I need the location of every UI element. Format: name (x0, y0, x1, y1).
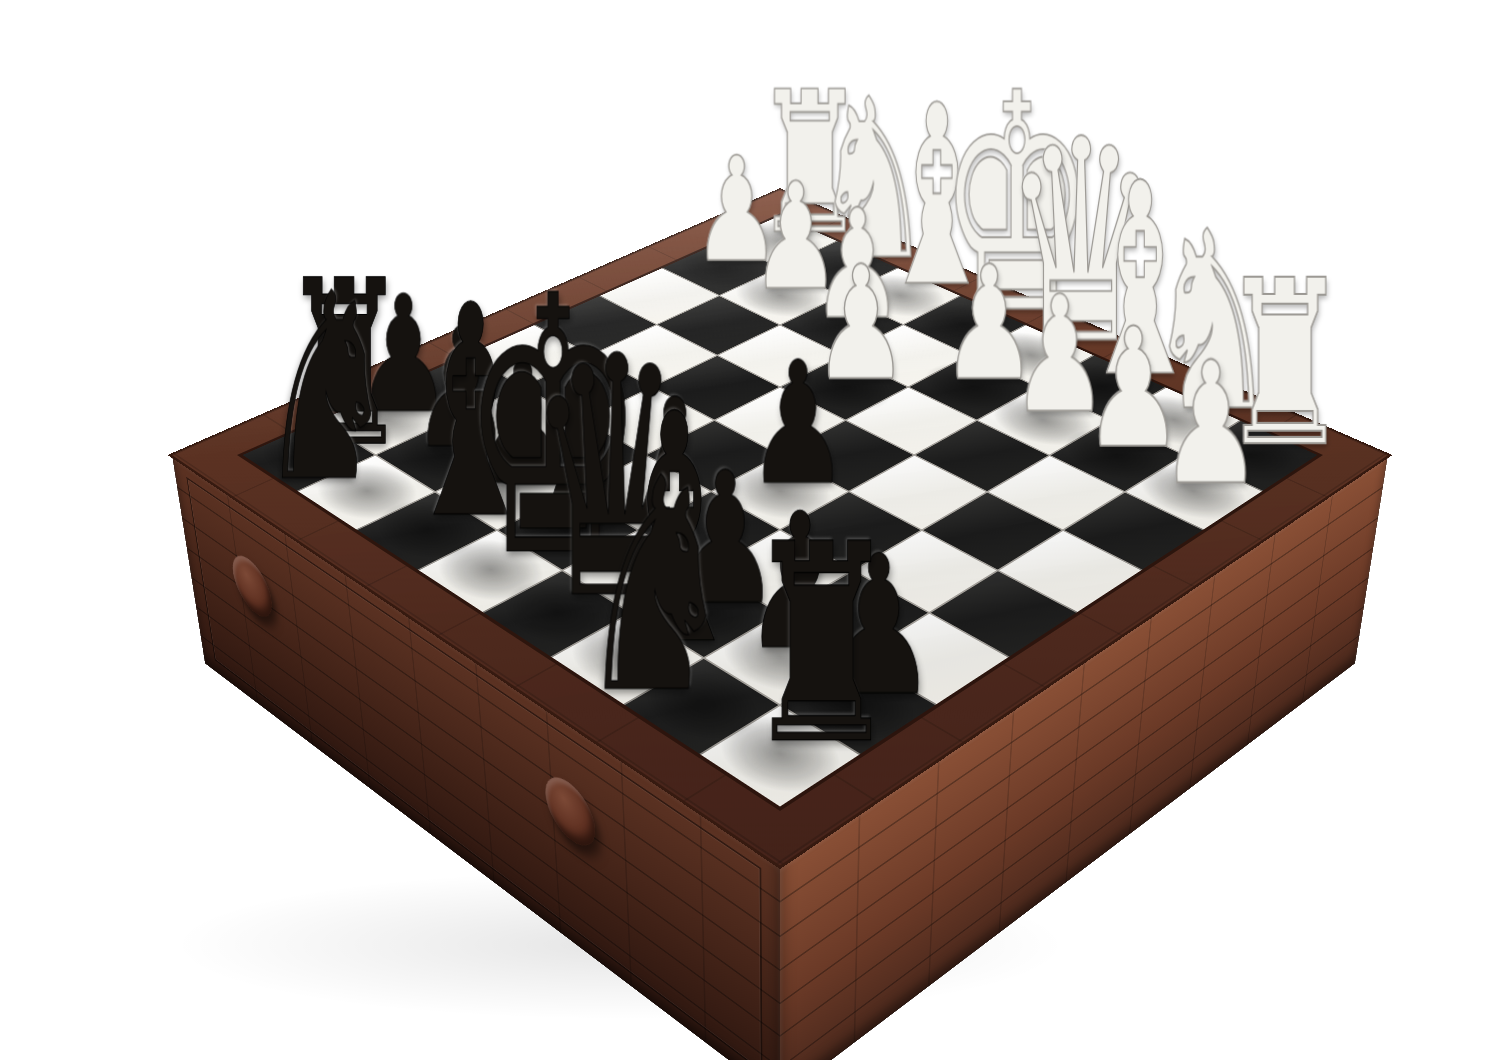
chess-box: ♜♞♝♛♚♝♞♜♟♟♟♟♟♟♟♟♜♞♝♛♚♝♞♜♟♟♟♟♟♟♟♟ (172, 190, 1388, 866)
piece-shadow (708, 452, 853, 531)
product-photo-stage: ♜♞♝♛♚♝♞♜♟♟♟♟♟♟♟♟♜♞♝♛♚♝♞♜♟♟♟♟♟♟♟♟ (0, 0, 1500, 1060)
piece-black-pawn-d5[interactable]: ♟ (711, 455, 849, 530)
